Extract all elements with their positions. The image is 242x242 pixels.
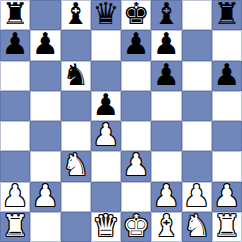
white-pawn[interactable]: ♟ — [123, 150, 150, 180]
black-king[interactable]: ♚ — [123, 0, 150, 29]
black-pawn[interactable]: ♟ — [153, 60, 180, 90]
white-rook[interactable]: ♜ — [213, 211, 240, 241]
white-knight[interactable]: ♞ — [183, 211, 210, 241]
black-queen[interactable]: ♛ — [92, 0, 119, 29]
white-pawn[interactable]: ♟ — [92, 120, 119, 150]
white-rook[interactable]: ♜ — [2, 211, 29, 241]
square-b4[interactable] — [30, 121, 60, 151]
square-g6[interactable] — [182, 61, 212, 91]
black-pawn[interactable]: ♟ — [92, 90, 119, 120]
square-b7[interactable]: ♟ — [30, 30, 60, 60]
white-queen[interactable]: ♛ — [92, 211, 119, 241]
white-pawn[interactable]: ♟ — [183, 181, 210, 211]
square-f6[interactable]: ♟ — [151, 61, 181, 91]
white-bishop[interactable]: ♝ — [153, 211, 180, 241]
square-g5[interactable] — [182, 91, 212, 121]
square-a6[interactable] — [0, 61, 30, 91]
square-b1[interactable] — [30, 212, 60, 242]
square-h4[interactable] — [212, 121, 242, 151]
square-c1[interactable] — [61, 212, 91, 242]
black-pawn[interactable]: ♟ — [2, 29, 29, 59]
square-d1[interactable]: ♛ — [91, 212, 121, 242]
square-a7[interactable]: ♟ — [0, 30, 30, 60]
black-bishop[interactable]: ♝ — [62, 0, 89, 29]
square-a4[interactable] — [0, 121, 30, 151]
white-pawn[interactable]: ♟ — [32, 181, 59, 211]
square-d4[interactable]: ♟ — [91, 121, 121, 151]
square-h1[interactable]: ♜ — [212, 212, 242, 242]
square-d8[interactable]: ♛ — [91, 0, 121, 30]
black-pawn[interactable]: ♟ — [153, 29, 180, 59]
square-b6[interactable] — [30, 61, 60, 91]
square-e3[interactable]: ♟ — [121, 151, 151, 181]
square-c6[interactable]: ♞ — [61, 61, 91, 91]
square-d7[interactable] — [91, 30, 121, 60]
square-g4[interactable] — [182, 121, 212, 151]
square-g1[interactable]: ♞ — [182, 212, 212, 242]
square-h6[interactable]: ♟ — [212, 61, 242, 91]
black-bishop[interactable]: ♝ — [153, 0, 180, 29]
white-pawn[interactable]: ♟ — [2, 181, 29, 211]
square-b5[interactable] — [30, 91, 60, 121]
white-pawn[interactable]: ♟ — [153, 181, 180, 211]
white-pawn[interactable]: ♟ — [213, 181, 240, 211]
square-c5[interactable] — [61, 91, 91, 121]
white-king[interactable]: ♚ — [123, 211, 150, 241]
square-e7[interactable]: ♟ — [121, 30, 151, 60]
square-f4[interactable] — [151, 121, 181, 151]
white-knight[interactable]: ♞ — [62, 150, 89, 180]
square-e5[interactable] — [121, 91, 151, 121]
black-pawn[interactable]: ♟ — [32, 29, 59, 59]
square-d3[interactable] — [91, 151, 121, 181]
square-g7[interactable] — [182, 30, 212, 60]
square-c3[interactable]: ♞ — [61, 151, 91, 181]
black-pawn[interactable]: ♟ — [123, 29, 150, 59]
black-rook[interactable]: ♜ — [2, 0, 29, 29]
black-rook[interactable]: ♜ — [213, 0, 240, 29]
black-knight[interactable]: ♞ — [62, 60, 89, 90]
chess-board: ♜♝♛♚♝♜♟♟♟♟♞♟♟♟♟♞♟♟♟♟♟♟♜♛♚♝♞♜ — [0, 0, 242, 242]
square-f5[interactable] — [151, 91, 181, 121]
square-e1[interactable]: ♚ — [121, 212, 151, 242]
square-b2[interactable]: ♟ — [30, 182, 60, 212]
square-c2[interactable] — [61, 182, 91, 212]
square-a1[interactable]: ♜ — [0, 212, 30, 242]
square-e6[interactable] — [121, 61, 151, 91]
black-pawn[interactable]: ♟ — [213, 60, 240, 90]
square-a5[interactable] — [0, 91, 30, 121]
square-c8[interactable]: ♝ — [61, 0, 91, 30]
square-h8[interactable]: ♜ — [212, 0, 242, 30]
square-g8[interactable] — [182, 0, 212, 30]
square-h5[interactable] — [212, 91, 242, 121]
square-f1[interactable]: ♝ — [151, 212, 181, 242]
